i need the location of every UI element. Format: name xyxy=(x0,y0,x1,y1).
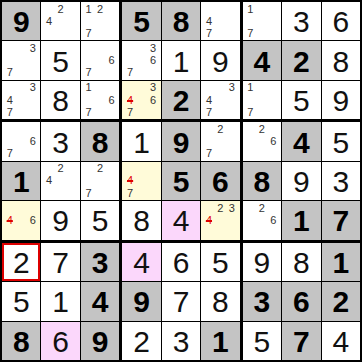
digit-1: 1 xyxy=(212,327,229,357)
empty-slot xyxy=(245,135,256,147)
digit-5: 5 xyxy=(332,128,349,158)
cell-r3c2[interactable]: 8 xyxy=(41,81,79,119)
cell-r8c2[interactable]: 1 xyxy=(41,282,79,320)
eliminated-candidate-4: 4 xyxy=(124,94,135,106)
cell-r5c5[interactable]: 5 xyxy=(162,162,200,200)
cell-r5c3[interactable]: 27 xyxy=(81,162,119,200)
candidate-7: 7 xyxy=(83,187,94,199)
candidate-2: 2 xyxy=(94,163,105,175)
empty-slot xyxy=(215,15,226,27)
cell-r6c7[interactable]: 26 xyxy=(243,201,281,239)
cell-r2c7[interactable]: 4 xyxy=(243,41,281,79)
cell-r2c6[interactable]: 9 xyxy=(201,41,239,79)
empty-slot xyxy=(66,187,77,199)
cell-r6c1[interactable]: 46 xyxy=(2,201,40,239)
cell-r4c7[interactable]: 26 xyxy=(243,122,281,160)
empty-slot xyxy=(268,15,279,27)
cell-r7c3[interactable]: 3 xyxy=(81,243,119,281)
empty-slot xyxy=(245,202,256,214)
pencil-marks: 67 xyxy=(81,41,119,79)
digit-4: 4 xyxy=(92,287,109,317)
eliminated-candidate-4: 4 xyxy=(124,175,135,187)
empty-slot xyxy=(43,27,54,39)
cell-r1c8[interactable]: 3 xyxy=(282,2,320,40)
empty-slot xyxy=(15,135,26,147)
pencil-marks: 27 xyxy=(81,162,119,200)
empty-slot xyxy=(106,3,117,15)
cell-r8c8[interactable]: 6 xyxy=(282,282,320,320)
cell-r3c1[interactable]: 347 xyxy=(2,81,40,119)
candidate-1: 1 xyxy=(245,82,256,94)
empty-slot xyxy=(256,15,267,27)
cell-r4c5[interactable]: 9 xyxy=(162,122,200,160)
empty-slot xyxy=(4,123,15,135)
digit-6: 6 xyxy=(52,327,69,357)
cell-r6c6[interactable]: 234 xyxy=(201,201,239,239)
cell-r1c7[interactable]: 17 xyxy=(243,2,281,40)
empty-slot xyxy=(203,226,214,238)
empty-slot xyxy=(4,42,15,54)
eliminated-candidate-4: 4 xyxy=(4,214,15,226)
empty-slot xyxy=(203,3,214,15)
candidate-2: 2 xyxy=(55,163,66,175)
candidate-2: 2 xyxy=(55,3,66,15)
cell-r8c3[interactable]: 4 xyxy=(81,282,119,320)
empty-slot xyxy=(27,148,38,160)
empty-slot xyxy=(268,3,279,15)
digit-8: 8 xyxy=(13,327,30,357)
pencil-marks: 67 xyxy=(2,122,40,160)
cell-r7c5[interactable]: 6 xyxy=(162,243,200,281)
empty-slot xyxy=(55,27,66,39)
empty-slot xyxy=(226,3,237,15)
digit-1: 1 xyxy=(133,128,150,158)
digit-3: 3 xyxy=(92,248,109,278)
cell-r7c8[interactable]: 8 xyxy=(282,243,320,281)
cell-r9c3[interactable]: 9 xyxy=(81,322,119,360)
digit-8: 8 xyxy=(133,206,150,236)
cell-r5c1[interactable]: 1 xyxy=(2,162,40,200)
empty-slot xyxy=(256,214,267,226)
digit-4: 4 xyxy=(133,248,150,278)
digit-5: 5 xyxy=(92,206,109,236)
candidate-3: 3 xyxy=(226,202,237,214)
cell-r8c9[interactable]: 2 xyxy=(322,282,360,320)
candidate-1: 1 xyxy=(245,3,256,15)
empty-slot xyxy=(215,148,226,160)
candidate-6: 6 xyxy=(268,214,279,226)
digit-3: 3 xyxy=(254,287,271,317)
digit-5: 5 xyxy=(52,47,69,77)
empty-slot xyxy=(215,82,226,94)
digit-8: 8 xyxy=(173,7,190,37)
digit-2: 2 xyxy=(293,47,310,77)
empty-slot xyxy=(27,106,38,118)
candidate-4: 4 xyxy=(43,175,54,187)
candidate-6: 6 xyxy=(147,94,158,106)
empty-slot xyxy=(136,163,147,175)
candidate-6: 6 xyxy=(27,135,38,147)
empty-slot xyxy=(268,123,279,135)
cell-r7c4[interactable]: 4 xyxy=(122,243,160,281)
digit-7: 7 xyxy=(293,327,310,357)
empty-slot xyxy=(226,123,237,135)
pencil-marks: 127 xyxy=(81,2,119,40)
eliminated-candidate-4: 4 xyxy=(203,214,214,226)
empty-slot xyxy=(43,187,54,199)
cell-r4c3[interactable]: 8 xyxy=(81,122,119,160)
cell-r9c8[interactable]: 7 xyxy=(282,322,320,360)
empty-slot xyxy=(4,202,15,214)
pencil-marks: 367 xyxy=(122,41,160,79)
empty-slot xyxy=(245,123,256,135)
cell-r6c5[interactable]: 4 xyxy=(162,201,200,239)
empty-slot xyxy=(4,82,15,94)
box-3: 17364281759 xyxy=(243,2,360,119)
empty-slot xyxy=(215,135,226,147)
candidate-3: 3 xyxy=(27,82,38,94)
cell-r6c9[interactable]: 7 xyxy=(322,201,360,239)
candidate-7: 7 xyxy=(124,187,135,199)
empty-slot xyxy=(94,27,105,39)
digit-8: 8 xyxy=(212,287,229,317)
cell-r2c9[interactable]: 8 xyxy=(322,41,360,79)
digit-5: 5 xyxy=(212,248,229,278)
pencil-marks: 17 xyxy=(243,2,281,40)
empty-slot xyxy=(203,82,214,94)
candidate-7: 7 xyxy=(83,106,94,118)
empty-slot xyxy=(15,94,26,106)
digit-8: 8 xyxy=(92,128,109,158)
empty-slot xyxy=(256,82,267,94)
pencil-marks: 47 xyxy=(201,2,239,40)
cell-r4c1[interactable]: 67 xyxy=(2,122,40,160)
cell-r7c1[interactable]: 2 xyxy=(2,243,40,281)
digit-6: 6 xyxy=(173,248,190,278)
digit-8: 8 xyxy=(52,86,69,116)
empty-slot xyxy=(106,27,117,39)
candidate-7: 7 xyxy=(83,27,94,39)
cell-r2c4[interactable]: 367 xyxy=(122,41,160,79)
candidate-7: 7 xyxy=(203,106,214,118)
pencil-marks: 24 xyxy=(41,162,79,200)
empty-slot xyxy=(15,67,26,79)
empty-slot xyxy=(136,67,147,79)
empty-slot xyxy=(55,15,66,27)
empty-slot xyxy=(43,3,54,15)
box-5: 1927475684234 xyxy=(122,122,239,239)
empty-slot xyxy=(15,226,26,238)
cell-r5c4[interactable]: 47 xyxy=(122,162,160,200)
empty-slot xyxy=(15,106,26,118)
empty-slot xyxy=(106,15,117,27)
cell-r5c7[interactable]: 8 xyxy=(243,162,281,200)
digit-7: 7 xyxy=(332,206,349,236)
cell-r8c4[interactable]: 9 xyxy=(122,282,160,320)
cell-r2c3[interactable]: 67 xyxy=(81,41,119,79)
empty-slot xyxy=(215,106,226,118)
empty-slot xyxy=(215,94,226,106)
cell-r2c2[interactable]: 5 xyxy=(41,41,79,79)
digit-2: 2 xyxy=(332,287,349,317)
cell-r9c7[interactable]: 5 xyxy=(243,322,281,360)
empty-slot xyxy=(226,148,237,160)
empty-slot xyxy=(83,175,94,187)
digit-2: 2 xyxy=(13,248,30,278)
digit-3: 3 xyxy=(52,128,69,158)
cell-r3c8[interactable]: 5 xyxy=(282,81,320,119)
empty-slot xyxy=(15,42,26,54)
candidate-4: 4 xyxy=(203,94,214,106)
empty-slot xyxy=(27,94,38,106)
pencil-marks: 26 xyxy=(243,201,281,239)
cell-r1c2[interactable]: 24 xyxy=(41,2,79,40)
empty-slot xyxy=(268,148,279,160)
digit-9: 9 xyxy=(52,206,69,236)
digit-9: 9 xyxy=(254,248,271,278)
empty-slot xyxy=(268,82,279,94)
candidate-4: 4 xyxy=(43,15,54,27)
empty-slot xyxy=(83,42,94,54)
cell-r8c1[interactable]: 5 xyxy=(2,282,40,320)
candidate-2: 2 xyxy=(94,3,105,15)
digit-4: 4 xyxy=(293,128,310,158)
empty-slot xyxy=(94,42,105,54)
pencil-marks: 46 xyxy=(2,201,40,239)
empty-slot xyxy=(106,187,117,199)
empty-slot xyxy=(124,42,135,54)
digit-3: 3 xyxy=(173,327,190,357)
cell-r3c5[interactable]: 2 xyxy=(162,81,200,119)
pencil-marks: 347 xyxy=(201,81,239,119)
cell-r2c1[interactable]: 37 xyxy=(2,41,40,79)
cell-r5c2[interactable]: 24 xyxy=(41,162,79,200)
digit-1: 1 xyxy=(173,47,190,77)
empty-slot xyxy=(94,55,105,67)
empty-slot xyxy=(215,214,226,226)
cell-r9c5[interactable]: 3 xyxy=(162,322,200,360)
empty-slot xyxy=(55,175,66,187)
empty-slot xyxy=(27,226,38,238)
cell-r7c2[interactable]: 7 xyxy=(41,243,79,281)
empty-slot xyxy=(245,15,256,27)
empty-slot xyxy=(136,187,147,199)
empty-slot xyxy=(215,27,226,39)
empty-slot xyxy=(147,67,158,79)
cell-r4c9[interactable]: 5 xyxy=(322,122,360,160)
empty-slot xyxy=(256,135,267,147)
box-6: 26458932617 xyxy=(243,122,360,239)
digit-2: 2 xyxy=(173,86,190,116)
empty-slot xyxy=(83,15,94,27)
empty-slot xyxy=(226,27,237,39)
candidate-1: 1 xyxy=(83,3,94,15)
candidate-4: 4 xyxy=(203,15,214,27)
cell-r1c4[interactable]: 5 xyxy=(122,2,160,40)
cell-r1c3[interactable]: 127 xyxy=(81,2,119,40)
cell-r3c9[interactable]: 9 xyxy=(322,81,360,119)
empty-slot xyxy=(256,226,267,238)
digit-1: 1 xyxy=(332,248,349,278)
candidate-3: 3 xyxy=(27,42,38,54)
cell-r2c5[interactable]: 1 xyxy=(162,41,200,79)
pencil-marks: 47 xyxy=(122,162,160,200)
cell-r6c3[interactable]: 5 xyxy=(81,201,119,239)
empty-slot xyxy=(256,148,267,160)
cell-r3c7[interactable]: 17 xyxy=(243,81,281,119)
empty-slot xyxy=(66,27,77,39)
cell-r2c8[interactable]: 2 xyxy=(282,41,320,79)
digit-8: 8 xyxy=(293,248,310,278)
candidate-7: 7 xyxy=(203,27,214,39)
cell-r3c4[interactable]: 3467 xyxy=(122,81,160,119)
digit-9: 9 xyxy=(173,128,190,158)
empty-slot xyxy=(66,163,77,175)
empty-slot xyxy=(268,226,279,238)
empty-slot xyxy=(203,202,214,214)
cell-r1c1[interactable]: 9 xyxy=(2,2,40,40)
empty-slot xyxy=(15,148,26,160)
cell-r9c6[interactable]: 1 xyxy=(201,322,239,360)
cell-r8c6[interactable]: 8 xyxy=(201,282,239,320)
empty-slot xyxy=(106,106,117,118)
pencil-marks: 17 xyxy=(243,81,281,119)
empty-slot xyxy=(147,106,158,118)
candidate-2: 2 xyxy=(256,202,267,214)
empty-slot xyxy=(4,135,15,147)
cell-r6c8[interactable]: 1 xyxy=(282,201,320,239)
empty-slot xyxy=(27,67,38,79)
empty-slot xyxy=(94,175,105,187)
empty-slot xyxy=(245,226,256,238)
pencil-marks: 347 xyxy=(2,81,40,119)
digit-9: 9 xyxy=(13,7,30,37)
cell-r3c3[interactable]: 167 xyxy=(81,81,119,119)
candidate-7: 7 xyxy=(203,148,214,160)
empty-slot xyxy=(94,67,105,79)
digit-9: 9 xyxy=(332,86,349,116)
candidate-3: 3 xyxy=(147,42,158,54)
cell-r8c7[interactable]: 3 xyxy=(243,282,281,320)
empty-slot xyxy=(215,3,226,15)
empty-slot xyxy=(15,55,26,67)
candidate-7: 7 xyxy=(4,148,15,160)
candidate-1: 1 xyxy=(83,82,94,94)
empty-slot xyxy=(268,202,279,214)
empty-slot xyxy=(27,202,38,214)
cell-r1c6[interactable]: 47 xyxy=(201,2,239,40)
cell-r8c5[interactable]: 7 xyxy=(162,282,200,320)
empty-slot xyxy=(256,106,267,118)
cell-r6c4[interactable]: 8 xyxy=(122,201,160,239)
candidate-6: 6 xyxy=(27,214,38,226)
empty-slot xyxy=(94,106,105,118)
empty-slot xyxy=(268,106,279,118)
pencil-marks: 27 xyxy=(201,122,239,160)
cell-r1c9[interactable]: 6 xyxy=(322,2,360,40)
digit-6: 6 xyxy=(293,287,310,317)
cell-r3c6[interactable]: 347 xyxy=(201,81,239,119)
empty-slot xyxy=(83,163,94,175)
cell-r6c2[interactable]: 9 xyxy=(41,201,79,239)
empty-slot xyxy=(256,3,267,15)
empty-slot xyxy=(147,175,158,187)
digit-1: 1 xyxy=(293,206,310,236)
pencil-marks: 24 xyxy=(41,2,79,40)
empty-slot xyxy=(94,187,105,199)
cell-r9c2[interactable]: 6 xyxy=(41,322,79,360)
empty-slot xyxy=(94,82,105,94)
candidate-7: 7 xyxy=(124,106,135,118)
candidate-7: 7 xyxy=(4,106,15,118)
candidate-4: 4 xyxy=(4,94,15,106)
cell-r4c2[interactable]: 3 xyxy=(41,122,79,160)
cell-r4c4[interactable]: 1 xyxy=(122,122,160,160)
empty-slot xyxy=(106,67,117,79)
empty-slot xyxy=(256,27,267,39)
cell-r9c9[interactable]: 4 xyxy=(322,322,360,360)
cell-r4c6[interactable]: 27 xyxy=(201,122,239,160)
digit-5: 5 xyxy=(13,287,30,317)
empty-slot xyxy=(203,123,214,135)
box-9: 981362574 xyxy=(243,243,360,360)
digit-2: 2 xyxy=(133,327,150,357)
pencil-marks: 167 xyxy=(81,81,119,119)
candidate-7: 7 xyxy=(245,27,256,39)
empty-slot xyxy=(226,106,237,118)
cell-r5c6[interactable]: 6 xyxy=(201,162,239,200)
candidate-2: 2 xyxy=(215,202,226,214)
digit-3: 3 xyxy=(332,167,349,197)
candidate-2: 2 xyxy=(215,123,226,135)
empty-slot xyxy=(226,135,237,147)
empty-slot xyxy=(147,163,158,175)
empty-slot xyxy=(245,94,256,106)
empty-slot xyxy=(147,187,158,199)
cell-r5c9[interactable]: 3 xyxy=(322,162,360,200)
candidate-3: 3 xyxy=(226,82,237,94)
empty-slot xyxy=(27,55,38,67)
digit-9: 9 xyxy=(133,287,150,317)
pencil-marks: 37 xyxy=(2,41,40,79)
pencil-marks: 234 xyxy=(201,201,239,239)
candidate-3: 3 xyxy=(147,82,158,94)
cell-r9c4[interactable]: 2 xyxy=(122,322,160,360)
digit-5: 5 xyxy=(293,86,310,116)
cell-r4c8[interactable]: 4 xyxy=(282,122,320,160)
empty-slot xyxy=(66,175,77,187)
candidate-7: 7 xyxy=(4,67,15,79)
box-2: 58473671934672347 xyxy=(122,2,239,119)
empty-slot xyxy=(4,55,15,67)
candidate-7: 7 xyxy=(83,67,94,79)
cell-r5c8[interactable]: 9 xyxy=(282,162,320,200)
empty-slot xyxy=(106,42,117,54)
empty-slot xyxy=(43,163,54,175)
empty-slot xyxy=(94,15,105,27)
cell-r1c5[interactable]: 8 xyxy=(162,2,200,40)
candidate-7: 7 xyxy=(245,106,256,118)
cell-r9c1[interactable]: 8 xyxy=(2,322,40,360)
candidate-6: 6 xyxy=(268,135,279,147)
cell-r7c6[interactable]: 5 xyxy=(201,243,239,281)
candidate-7: 7 xyxy=(124,67,135,79)
cell-r7c9[interactable]: 1 xyxy=(322,243,360,281)
cell-r7c7[interactable]: 9 xyxy=(243,243,281,281)
digit-1: 1 xyxy=(52,287,69,317)
empty-slot xyxy=(15,202,26,214)
digit-4: 4 xyxy=(254,47,271,77)
